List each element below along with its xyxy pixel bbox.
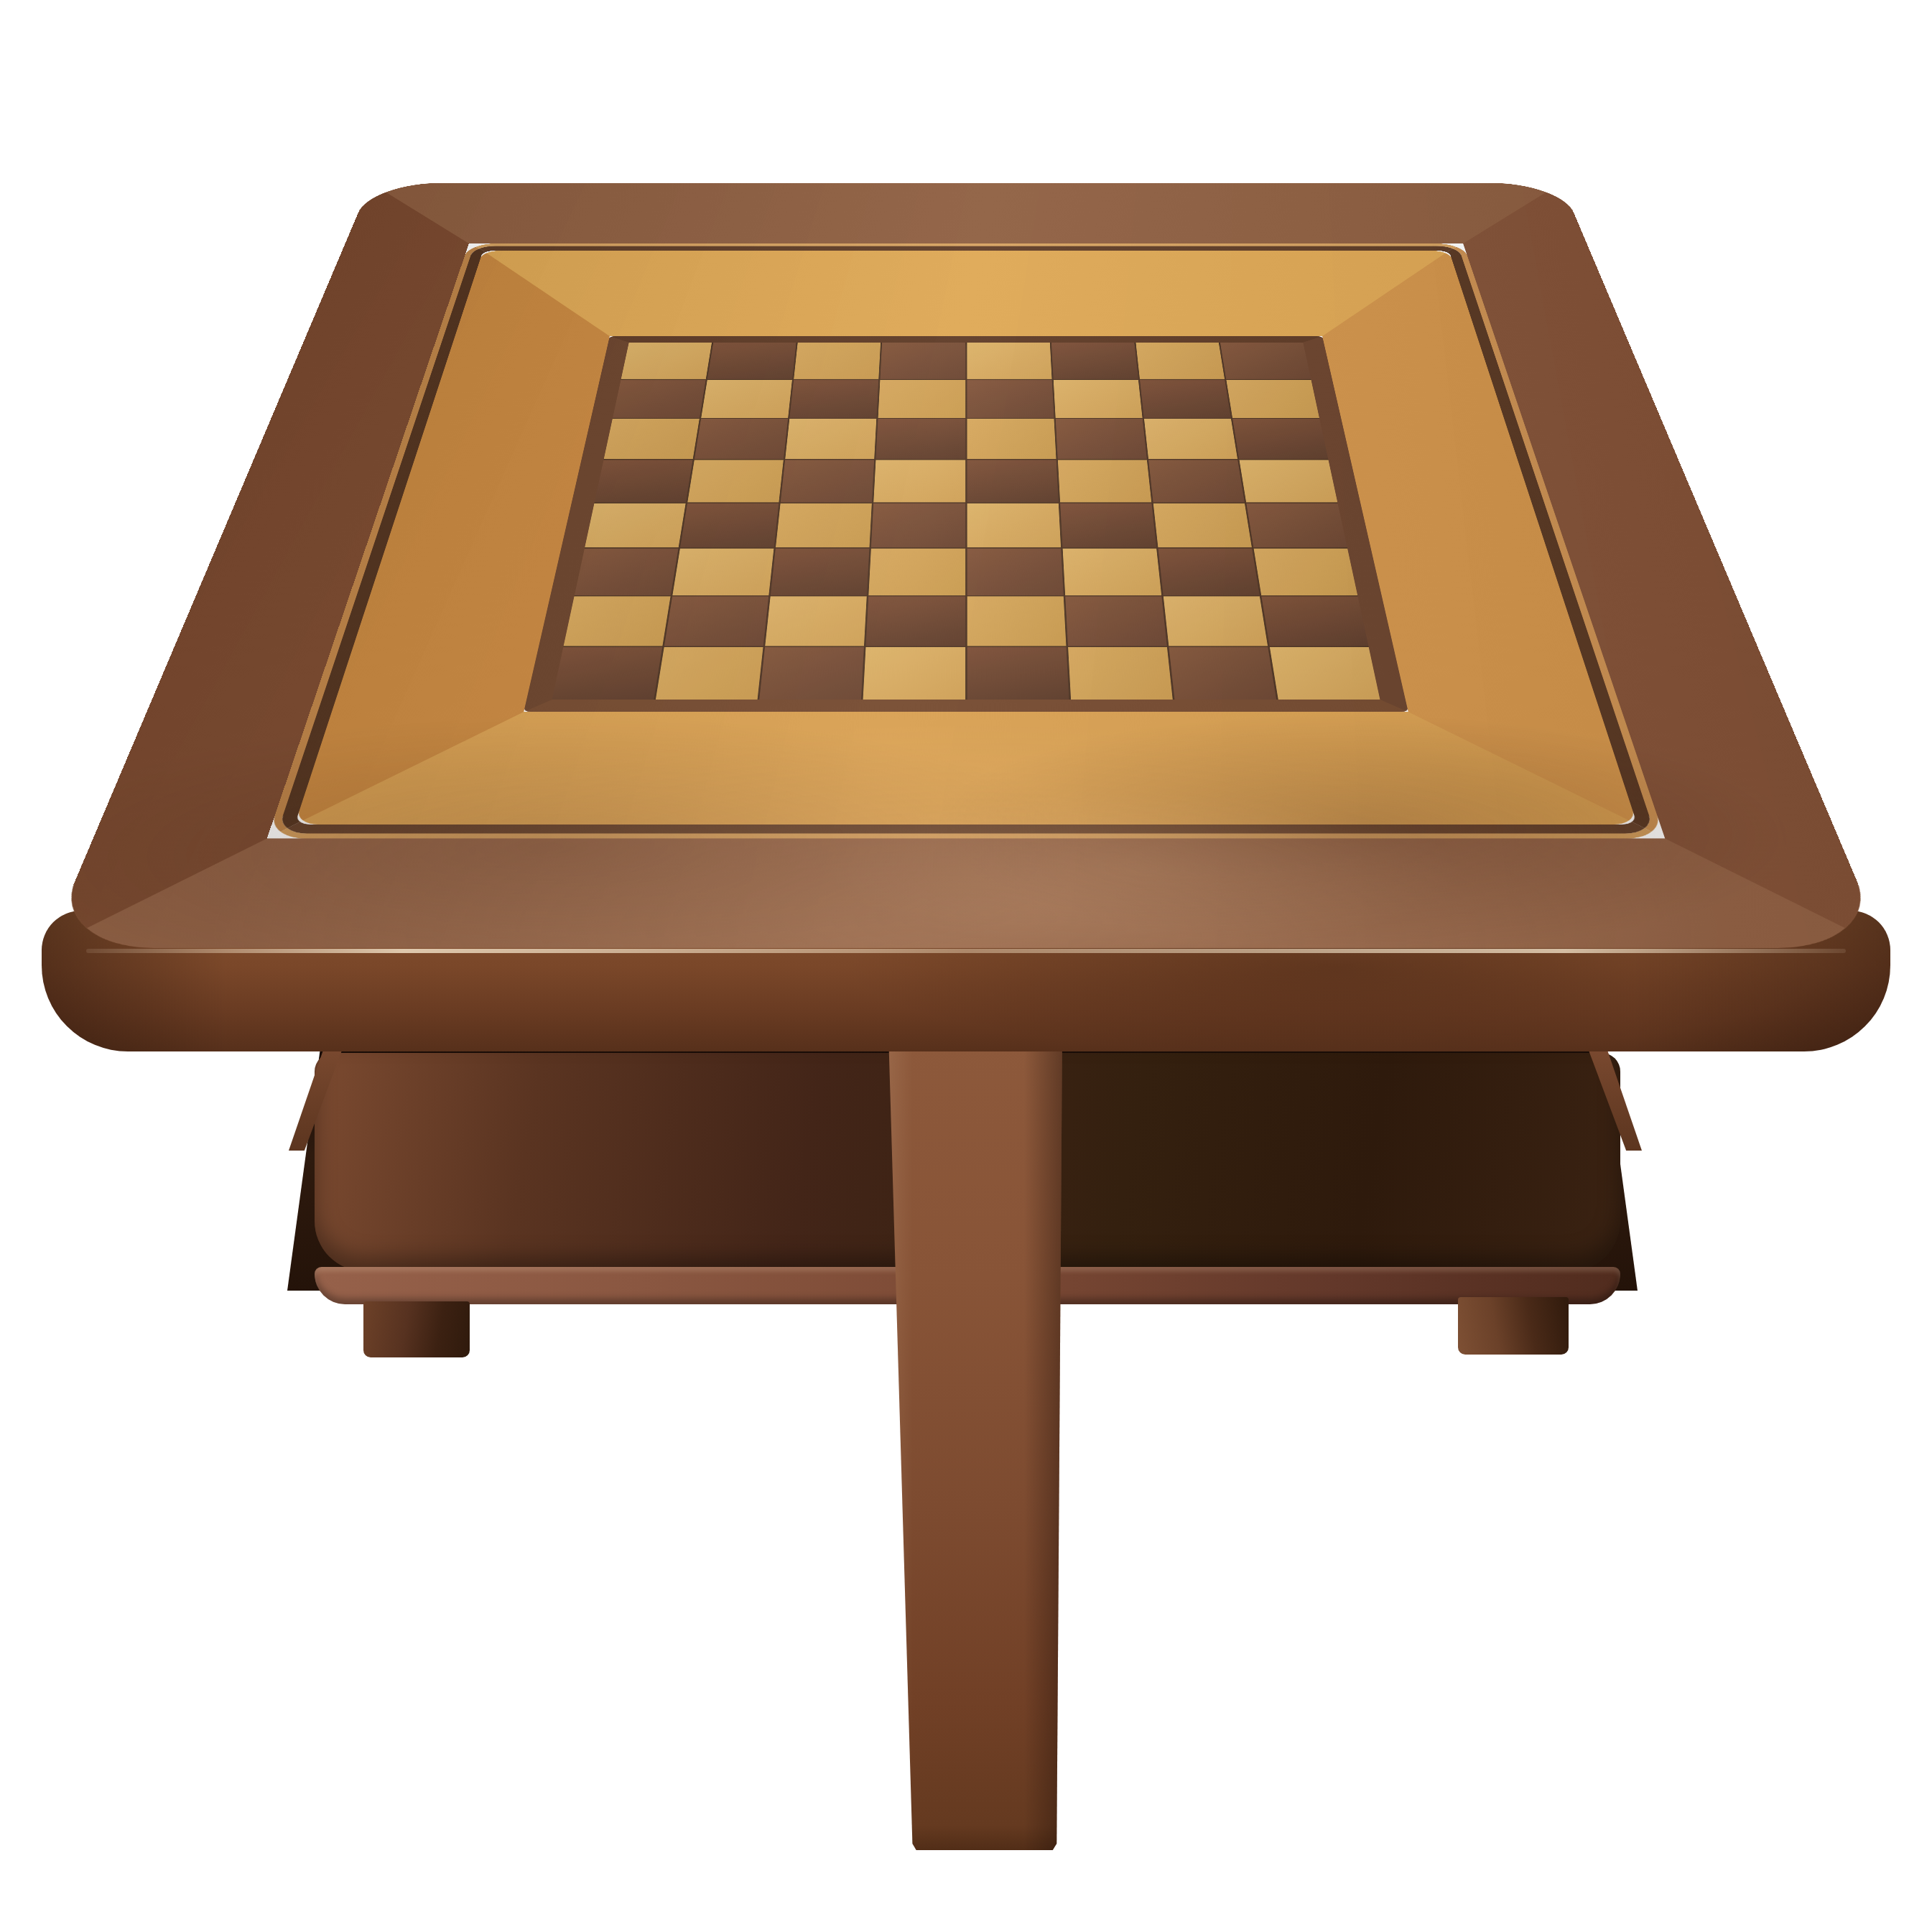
square-d3 (869, 549, 965, 595)
square-f7 (1053, 380, 1142, 418)
walnut-border (47, 183, 1885, 948)
right-foot (1458, 1297, 1569, 1355)
square-d7 (878, 380, 965, 418)
square-d5 (874, 460, 965, 502)
square-c2 (765, 597, 867, 646)
square-f1 (1068, 647, 1173, 700)
square-f6 (1055, 419, 1146, 459)
square-h2 (1261, 597, 1368, 646)
square-c6 (785, 419, 876, 459)
inlay-light-stripe (267, 243, 1665, 838)
square-f3 (1062, 549, 1161, 595)
square-h6 (1232, 419, 1328, 459)
square-h3 (1253, 549, 1357, 595)
square-c4 (776, 503, 872, 547)
square-e5 (967, 460, 1058, 502)
square-a6 (604, 419, 700, 459)
square-a3 (575, 549, 679, 595)
square-f4 (1060, 503, 1156, 547)
left-foot (363, 1301, 470, 1357)
square-e2 (967, 597, 1066, 646)
square-b1 (656, 647, 763, 700)
board-bevel (524, 336, 1408, 712)
square-g3 (1158, 549, 1259, 595)
square-c8 (794, 343, 881, 379)
square-e3 (967, 549, 1063, 595)
square-e6 (967, 419, 1056, 459)
square-a2 (564, 597, 671, 646)
square-c1 (759, 647, 864, 700)
square-g7 (1140, 380, 1231, 418)
square-e7 (967, 380, 1054, 418)
square-a7 (613, 380, 706, 418)
cherry-frame (294, 251, 1637, 825)
chessboard (552, 343, 1380, 700)
square-h7 (1226, 380, 1319, 418)
square-b8 (707, 343, 797, 379)
square-c3 (771, 549, 870, 595)
square-g6 (1144, 419, 1237, 459)
square-h8 (1220, 343, 1311, 379)
square-g2 (1164, 597, 1268, 646)
square-a1 (552, 647, 663, 700)
square-b3 (672, 549, 774, 595)
square-h4 (1246, 503, 1347, 547)
square-b6 (695, 419, 788, 459)
front-leg (888, 1033, 1062, 1850)
square-b5 (687, 460, 784, 502)
square-h5 (1239, 460, 1337, 502)
square-b2 (664, 597, 768, 646)
square-a5 (595, 460, 693, 502)
square-d2 (866, 597, 965, 646)
square-e1 (967, 647, 1069, 700)
square-d6 (876, 419, 965, 459)
square-b4 (680, 503, 779, 547)
square-b7 (701, 380, 792, 418)
square-d1 (863, 647, 965, 700)
square-c5 (781, 460, 874, 502)
square-h1 (1270, 647, 1380, 700)
square-f8 (1051, 343, 1138, 379)
square-e4 (967, 503, 1061, 547)
square-e8 (967, 343, 1051, 379)
square-f2 (1065, 597, 1167, 646)
square-g8 (1135, 343, 1225, 379)
inlay-dark-stripe (277, 246, 1655, 834)
tabletop-edge-highlight (86, 949, 1846, 953)
square-c7 (790, 380, 879, 418)
square-g1 (1169, 647, 1276, 700)
square-d8 (881, 343, 965, 379)
square-a8 (621, 343, 712, 379)
square-f5 (1058, 460, 1151, 502)
tabletop (47, 183, 1885, 948)
square-a4 (585, 503, 686, 547)
square-d4 (871, 503, 965, 547)
square-g4 (1153, 503, 1252, 547)
game-table-photo (0, 0, 1932, 1932)
square-g5 (1148, 460, 1245, 502)
